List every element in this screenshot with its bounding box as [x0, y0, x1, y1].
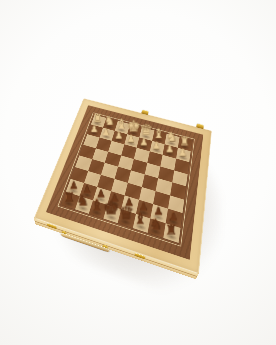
product-photo: ♜♞♝♚♛♝♞♜♟♟♟♟♟♟♟♟♟♟♟♟♟♟♟♟♜♞♝♚♛♝♞♜ [0, 0, 276, 345]
scene: ♜♞♝♚♛♝♞♜♟♟♟♟♟♟♟♟♟♟♟♟♟♟♟♟♜♞♝♚♛♝♞♜ [0, 0, 276, 345]
white-pawn-piece[interactable]: ♟ [174, 148, 192, 158]
black-rook-piece[interactable]: ♜ [160, 223, 182, 237]
chess-case: ♜♞♝♚♛♝♞♜♟♟♟♟♟♟♟♟♟♟♟♟♟♟♟♟♜♞♝♚♛♝♞♜ [35, 105, 209, 279]
